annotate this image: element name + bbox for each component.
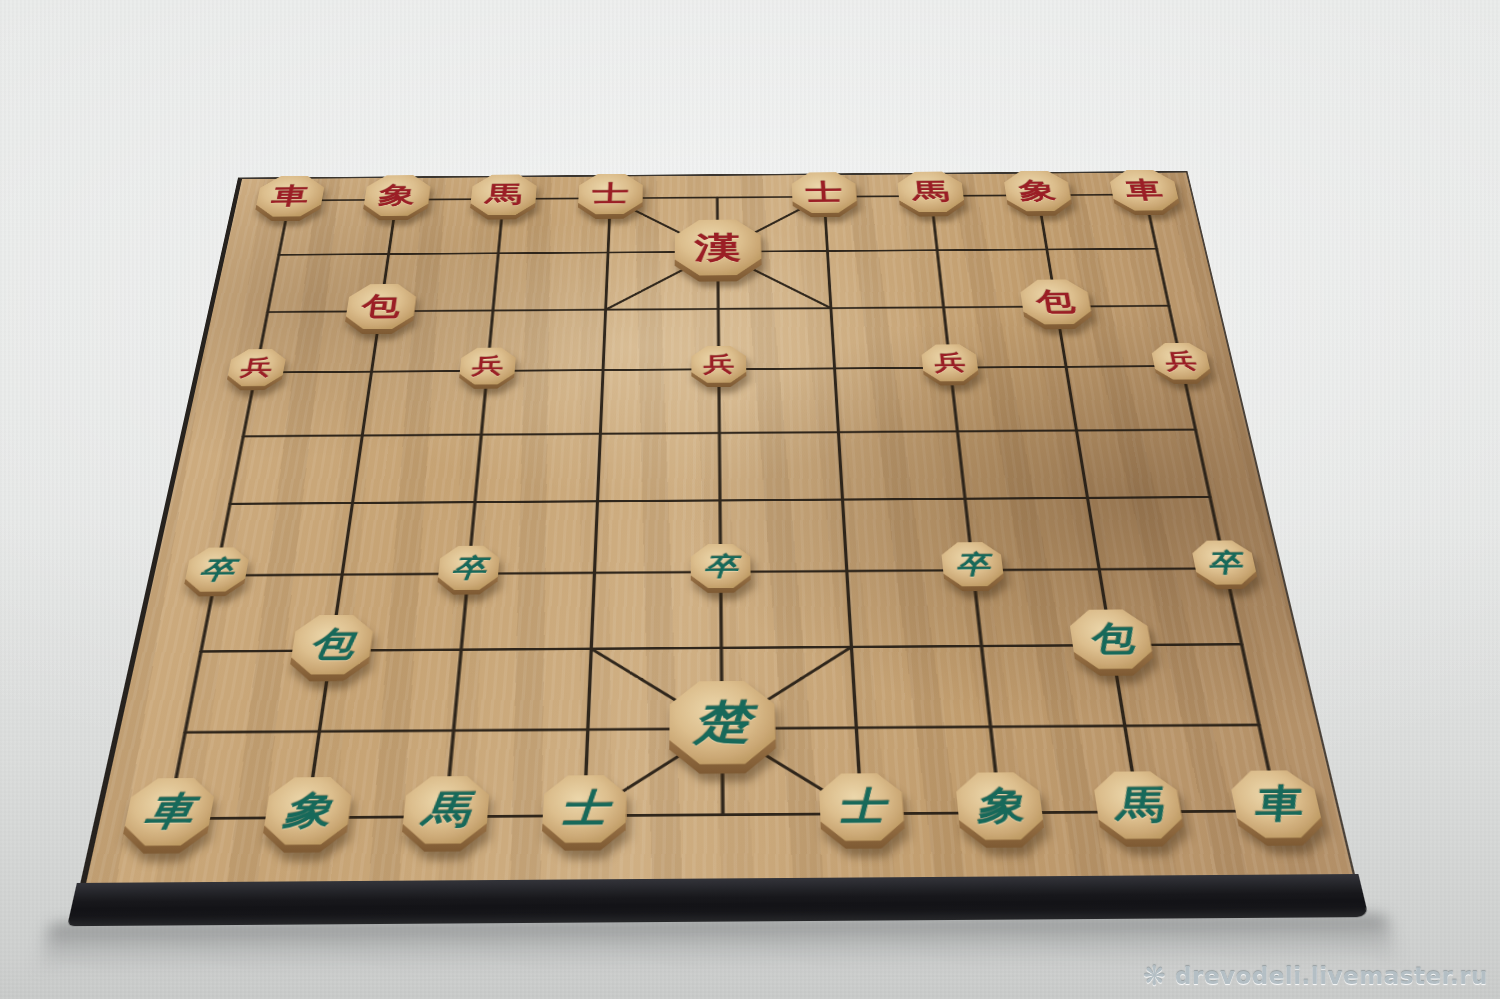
watermark-text: drevodeli.livemaster.ru bbox=[1175, 963, 1488, 989]
piece-han-soldier[interactable]: 兵 bbox=[226, 349, 288, 387]
piece-cho-chariot[interactable]: 車 bbox=[121, 777, 218, 846]
piece-cho-elephant[interactable]: 象 bbox=[261, 776, 354, 845]
watermark: ❋ drevodeli.livemaster.ru bbox=[1143, 960, 1488, 991]
piece-cho-cannon[interactable]: 包 bbox=[1067, 609, 1155, 669]
board-surface: 車象馬士士馬象車漢包包兵兵兵兵兵卒卒卒卒卒包包楚車象馬士士象馬車 bbox=[80, 171, 1355, 884]
janggi-board[interactable]: 車象馬士士馬象車漢包包兵兵兵兵兵卒卒卒卒卒包包楚車象馬士士象馬車 bbox=[60, 171, 1377, 974]
piece-cho-horse[interactable]: 馬 bbox=[1091, 771, 1186, 839]
piece-cho-guard[interactable]: 士 bbox=[818, 773, 906, 841]
piece-han-elephant[interactable]: 象 bbox=[1002, 171, 1073, 212]
piece-cho-elephant[interactable]: 象 bbox=[954, 772, 1045, 840]
piece-han-soldier[interactable]: 兵 bbox=[921, 344, 980, 381]
livemaster-snowflake-icon: ❋ bbox=[1143, 960, 1166, 991]
piece-han-chariot[interactable]: 車 bbox=[254, 176, 326, 217]
piece-cho-soldier[interactable]: 卒 bbox=[691, 544, 751, 588]
piece-cho-cannon[interactable]: 包 bbox=[288, 614, 375, 674]
piece-cho-soldier[interactable]: 卒 bbox=[940, 542, 1005, 586]
piece-han-horse[interactable]: 馬 bbox=[896, 171, 965, 212]
piece-han-cannon[interactable]: 包 bbox=[343, 284, 417, 329]
photo-background: 車象馬士士馬象車漢包包兵兵兵兵兵卒卒卒卒卒包包楚車象馬士士象馬車 ❋ drevo… bbox=[0, 0, 1500, 999]
piece-cho-soldier[interactable]: 卒 bbox=[437, 546, 501, 590]
piece-han-elephant[interactable]: 象 bbox=[362, 175, 432, 216]
piece-cho-general[interactable]: 楚 bbox=[669, 680, 777, 764]
piece-han-general[interactable]: 漢 bbox=[674, 219, 762, 275]
piece-han-horse[interactable]: 馬 bbox=[469, 174, 537, 215]
piece-cho-soldier[interactable]: 卒 bbox=[183, 547, 251, 592]
piece-han-cannon[interactable]: 包 bbox=[1018, 279, 1093, 324]
piece-cho-chariot[interactable]: 車 bbox=[1228, 770, 1326, 838]
piece-han-soldier[interactable]: 兵 bbox=[1150, 342, 1213, 379]
piece-han-chariot[interactable]: 車 bbox=[1108, 170, 1181, 211]
piece-han-guard[interactable]: 士 bbox=[791, 172, 858, 213]
piece-han-soldier[interactable]: 兵 bbox=[458, 347, 516, 384]
piece-han-soldier[interactable]: 兵 bbox=[691, 346, 746, 383]
piece-cho-horse[interactable]: 馬 bbox=[401, 776, 491, 844]
piece-cho-guard[interactable]: 士 bbox=[541, 775, 627, 843]
piece-cho-soldier[interactable]: 卒 bbox=[1190, 540, 1259, 584]
piece-han-guard[interactable]: 士 bbox=[577, 174, 643, 215]
